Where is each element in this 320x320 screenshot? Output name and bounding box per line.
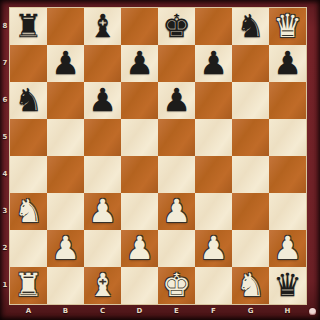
square-a6[interactable]: ♞: [10, 82, 47, 119]
black-knight-a6[interactable]: ♞: [14, 82, 43, 119]
square-g3[interactable]: [232, 193, 269, 230]
square-c1[interactable]: ♝: [84, 267, 121, 304]
black-knight-g8[interactable]: ♞: [236, 8, 265, 45]
black-king-e8[interactable]: ♚: [162, 8, 191, 45]
square-g2[interactable]: [232, 230, 269, 267]
square-b8[interactable]: [47, 8, 84, 45]
square-d7[interactable]: ♟: [121, 45, 158, 82]
square-f6[interactable]: [195, 82, 232, 119]
square-h3[interactable]: [269, 193, 306, 230]
square-e2[interactable]: [158, 230, 195, 267]
black-pawn-d7[interactable]: ♟: [125, 45, 154, 82]
square-f8[interactable]: [195, 8, 232, 45]
square-d4[interactable]: [121, 156, 158, 193]
square-g8[interactable]: ♞: [232, 8, 269, 45]
white-bishop-c1[interactable]: ♝: [88, 267, 117, 304]
square-b3[interactable]: [47, 193, 84, 230]
square-a5[interactable]: [10, 119, 47, 156]
square-h2[interactable]: ♟: [269, 230, 306, 267]
square-c6[interactable]: ♟: [84, 82, 121, 119]
black-pawn-b7[interactable]: ♟: [51, 45, 80, 82]
square-a3[interactable]: ♞: [10, 193, 47, 230]
file-label-a: A: [10, 305, 47, 317]
file-label-c: C: [84, 305, 121, 317]
black-pawn-e6[interactable]: ♟: [162, 82, 191, 119]
square-a2[interactable]: [10, 230, 47, 267]
rank-label-7: 7: [0, 45, 10, 82]
square-f7[interactable]: ♟: [195, 45, 232, 82]
square-e6[interactable]: ♟: [158, 82, 195, 119]
white-pawn-f2[interactable]: ♟: [199, 230, 228, 267]
square-c3[interactable]: ♟: [84, 193, 121, 230]
square-c2[interactable]: [84, 230, 121, 267]
black-pawn-c6[interactable]: ♟: [88, 82, 117, 119]
square-g1[interactable]: ♞: [232, 267, 269, 304]
rank-label-3: 3: [0, 193, 10, 230]
square-g7[interactable]: [232, 45, 269, 82]
square-h6[interactable]: [269, 82, 306, 119]
square-e7[interactable]: [158, 45, 195, 82]
square-a1[interactable]: ♜: [10, 267, 47, 304]
rank-label-1: 1: [0, 267, 10, 304]
square-e1[interactable]: ♚: [158, 267, 195, 304]
square-g4[interactable]: [232, 156, 269, 193]
white-rook-a1[interactable]: ♜: [14, 267, 43, 304]
square-h5[interactable]: [269, 119, 306, 156]
square-h1[interactable]: ♛: [269, 267, 306, 304]
square-a4[interactable]: [10, 156, 47, 193]
square-f3[interactable]: [195, 193, 232, 230]
square-c7[interactable]: [84, 45, 121, 82]
file-label-d: D: [121, 305, 158, 317]
square-h7[interactable]: ♟: [269, 45, 306, 82]
white-pawn-h2[interactable]: ♟: [273, 230, 302, 267]
square-f5[interactable]: [195, 119, 232, 156]
white-knight-g1[interactable]: ♞: [236, 267, 265, 304]
square-b5[interactable]: [47, 119, 84, 156]
rank-label-6: 6: [0, 82, 10, 119]
file-label-e: E: [158, 305, 195, 317]
rank-label-8: 8: [0, 8, 10, 45]
black-bishop-c8[interactable]: ♝: [88, 8, 117, 45]
square-h4[interactable]: [269, 156, 306, 193]
white-pawn-c3[interactable]: ♟: [88, 193, 117, 230]
black-pawn-f7[interactable]: ♟: [199, 45, 228, 82]
black-rook-a8[interactable]: ♜: [14, 8, 43, 45]
file-label-b: B: [47, 305, 84, 317]
square-f1[interactable]: [195, 267, 232, 304]
white-pawn-b2[interactable]: ♟: [51, 230, 80, 267]
file-label-h: H: [269, 305, 306, 317]
square-c4[interactable]: [84, 156, 121, 193]
rank-label-2: 2: [0, 230, 10, 267]
rank-label-4: 4: [0, 156, 10, 193]
white-pawn-d2[interactable]: ♟: [125, 230, 154, 267]
square-a8[interactable]: ♜: [10, 8, 47, 45]
square-e3[interactable]: ♟: [158, 193, 195, 230]
square-c5[interactable]: [84, 119, 121, 156]
white-queen-h8[interactable]: ♛: [273, 8, 302, 45]
square-d5[interactable]: [121, 119, 158, 156]
square-f4[interactable]: [195, 156, 232, 193]
square-c8[interactable]: ♝: [84, 8, 121, 45]
square-e4[interactable]: [158, 156, 195, 193]
white-king-e1[interactable]: ♚: [162, 267, 191, 304]
chess-board-frame: ♜♝♚♞♛♟♟♟♟♞♟♟♞♟♟♟♟♟♟♜♝♚♞♛ 87654321 ABCDEF…: [0, 0, 320, 320]
file-label-g: G: [232, 305, 269, 317]
square-d3[interactable]: [121, 193, 158, 230]
square-b7[interactable]: ♟: [47, 45, 84, 82]
square-e8[interactable]: ♚: [158, 8, 195, 45]
square-f2[interactable]: ♟: [195, 230, 232, 267]
square-d2[interactable]: ♟: [121, 230, 158, 267]
square-g5[interactable]: [232, 119, 269, 156]
square-e5[interactable]: [158, 119, 195, 156]
black-pawn-h7[interactable]: ♟: [273, 45, 302, 82]
square-b6[interactable]: [47, 82, 84, 119]
rank-label-5: 5: [0, 119, 10, 156]
square-g6[interactable]: [232, 82, 269, 119]
square-b1[interactable]: [47, 267, 84, 304]
square-d1[interactable]: [121, 267, 158, 304]
file-label-f: F: [195, 305, 232, 317]
white-knight-a3[interactable]: ♞: [14, 193, 43, 230]
square-d8[interactable]: [121, 8, 158, 45]
square-h8[interactable]: ♛: [269, 8, 306, 45]
square-b4[interactable]: [47, 156, 84, 193]
black-queen-h1[interactable]: ♛: [273, 267, 302, 304]
square-d6[interactable]: [121, 82, 158, 119]
square-b2[interactable]: ♟: [47, 230, 84, 267]
chess-board: ♜♝♚♞♛♟♟♟♟♞♟♟♞♟♟♟♟♟♟♜♝♚♞♛: [10, 8, 306, 304]
white-to-move-indicator: [309, 308, 316, 315]
white-pawn-e3[interactable]: ♟: [162, 193, 191, 230]
square-a7[interactable]: [10, 45, 47, 82]
